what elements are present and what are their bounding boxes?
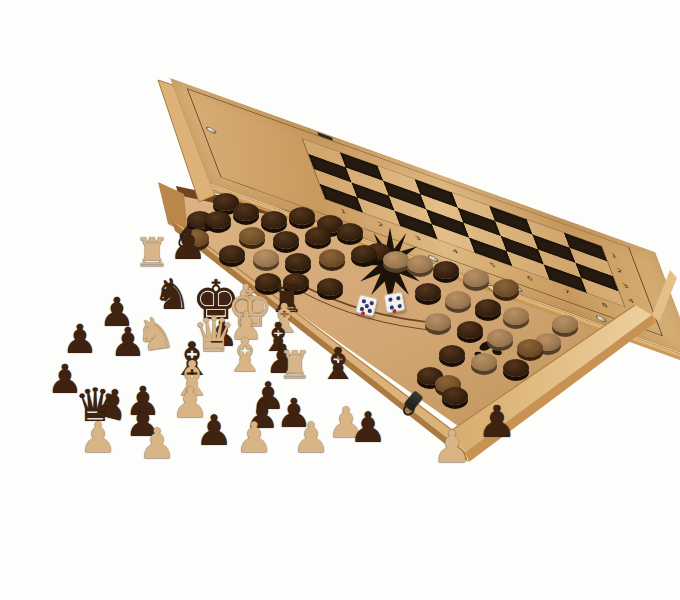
- chess-piece-pawn: ♟: [79, 417, 117, 459]
- checker-piece: [273, 231, 299, 249]
- chess-piece-pawn: ♟: [62, 319, 98, 359]
- chess-piece-bishop: ♝: [170, 354, 213, 402]
- chess-piece-knight: ♞: [153, 274, 191, 316]
- checker-piece: [285, 253, 311, 271]
- chess-piece-pawn: ♟: [477, 400, 516, 444]
- checker-piece: [425, 313, 451, 331]
- checker-piece: [535, 333, 561, 351]
- chess-piece-pawn: ♟: [432, 425, 471, 469]
- checker-piece: [415, 283, 441, 301]
- checker-piece: [439, 345, 465, 363]
- checker-piece: [283, 273, 309, 291]
- chess-piece-pawn: ♟: [90, 380, 134, 427]
- checker-piece: [475, 299, 501, 317]
- checker-piece: [255, 273, 281, 291]
- checker-piece: [487, 329, 513, 347]
- chess-piece-rook: ♜: [134, 232, 170, 272]
- checker-piece: [503, 359, 529, 377]
- chess-piece-pawn: ♟: [230, 280, 262, 316]
- chess-piece-pawn: ♟: [349, 407, 387, 449]
- checker-piece: [442, 387, 468, 405]
- checker-piece: [517, 339, 543, 357]
- metal-clasp: [179, 223, 199, 244]
- chess-piece-pawn: ♟: [265, 339, 301, 379]
- checker-piece: [253, 249, 279, 267]
- checker-piece: [187, 211, 213, 229]
- product-photo-scene: 123456781234 ♜♟♟♟♟♞♞♚♚♛♝♝♟♜♟♛: [0, 0, 680, 600]
- chess-piece-king: ♚: [227, 282, 274, 334]
- chess-piece-rook: ♜: [278, 346, 312, 384]
- interior-arc-line-2: [302, 292, 440, 331]
- checker-piece: [205, 211, 231, 229]
- chess-piece-queen: ♛: [192, 310, 235, 358]
- chess-piece-pawn: ♟: [125, 381, 161, 421]
- checker-piece: [471, 353, 497, 371]
- checker-piece: [503, 307, 529, 325]
- chess-piece-queen: ♛: [74, 382, 115, 428]
- chess-piece-pawn: ♟: [229, 307, 263, 345]
- chess-piece-pawn: ♟: [292, 417, 330, 459]
- chess-piece-pawn: ♟: [327, 402, 365, 444]
- metal-clasp: [404, 391, 424, 412]
- checker-piece: [319, 249, 345, 267]
- chess-piece-pawn: ♟: [110, 322, 146, 362]
- chess-piece-pawn: ♟: [47, 359, 83, 399]
- checker-piece: [183, 229, 209, 247]
- chess-piece-pawn: ♟: [169, 224, 207, 266]
- die: [383, 291, 405, 313]
- checker-piece: [219, 245, 245, 263]
- chess-piece-pawn: ♟: [245, 396, 279, 434]
- box-left-end-face: [158, 182, 188, 234]
- splotch-motif: [475, 336, 503, 356]
- chess-piece-king: ♚: [192, 274, 240, 328]
- chess-piece-bishop: ♝: [224, 332, 265, 378]
- chess-piece-bishop: ♝: [318, 342, 357, 386]
- chess-piece-bishop: ♝: [260, 317, 296, 357]
- chess-piece-pawn: ♟: [99, 292, 135, 332]
- checker-piece: [457, 321, 483, 339]
- checker-piece: [317, 278, 343, 296]
- lid-face: 123456781234: [170, 78, 680, 357]
- chess-piece-pawn: ♟: [206, 316, 238, 352]
- chess-piece-pawn: ♟: [276, 393, 312, 433]
- checker-piece: [445, 291, 471, 309]
- chess-piece-pawn: ♟: [138, 423, 176, 465]
- checker-piece: [239, 227, 265, 245]
- checker-piece: [435, 375, 461, 393]
- chess-piece-knight: ♞: [132, 309, 177, 358]
- chess-piece-pawn: ♟: [251, 377, 285, 415]
- checker-piece: [417, 367, 443, 385]
- interior-arc-line: [296, 282, 448, 324]
- chess-piece-pawn: ♟: [235, 417, 273, 459]
- box-lid: 123456781234: [170, 78, 680, 366]
- chess-piece-pawn: ♟: [195, 410, 233, 452]
- chess-piece-pawn: ♟: [125, 402, 161, 442]
- chess-piece-bishop: ♝: [266, 298, 302, 338]
- chess-piece-bishop: ♝: [171, 336, 212, 382]
- die: [355, 294, 378, 317]
- chess-piece-pawn: ♟: [171, 382, 209, 424]
- chess-piece-rook: ♜: [270, 280, 304, 318]
